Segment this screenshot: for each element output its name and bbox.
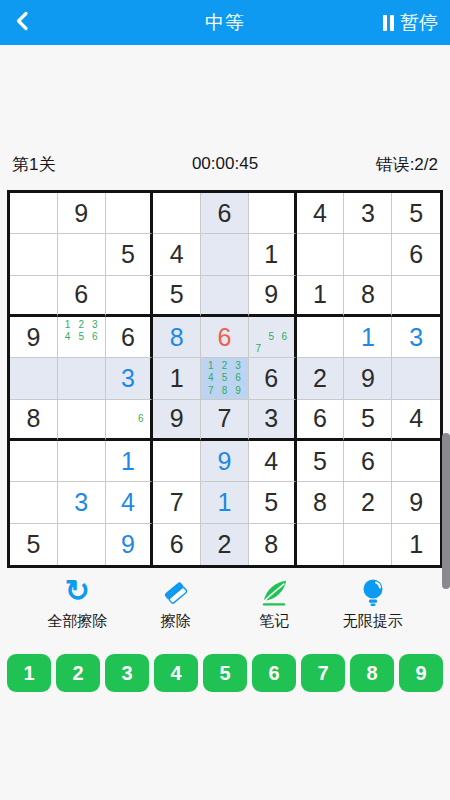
cell-r4c7[interactable] [297,317,345,358]
user-digit: 3 [409,323,423,352]
cell-r5c9[interactable] [392,358,440,399]
given-digit: 1 [264,240,278,269]
notes-button[interactable]: 笔记 [242,577,306,631]
given-digit: 9 [74,199,88,228]
given-digit: 4 [264,447,278,476]
pencil-notes: 123456789 [201,358,248,398]
given-digit: 5 [121,240,135,269]
cell-r1c8[interactable]: 3 [344,193,392,234]
error-counter: 错误:2/2 [258,153,438,176]
cell-r7c1[interactable] [10,441,58,482]
given-digit: 4 [170,240,184,269]
cell-r2c2[interactable] [58,234,106,275]
cell-r7c4[interactable] [153,441,201,482]
cell-r4c3[interactable]: 6 [106,317,154,358]
eraser-button[interactable]: 擦除 [144,577,208,631]
erase-all-button[interactable]: ↻ 全部擦除 [45,577,109,631]
cell-r4c1[interactable]: 9 [10,317,58,358]
user-digit: 1 [218,488,232,517]
cell-r5c8[interactable]: 9 [344,358,392,399]
cell-r5c4[interactable]: 1 [153,358,201,399]
cell-r2c8[interactable] [344,234,392,275]
given-digit: 7 [170,488,184,517]
pencil-notes: 6 [106,400,151,438]
cell-r2c1[interactable] [10,234,58,275]
cell-r6c1[interactable]: 8 [10,400,58,441]
cell-r8c2[interactable]: 3 [58,482,106,523]
cell-r8c3[interactable]: 4 [106,482,154,523]
cell-r2c9[interactable]: 6 [392,234,440,275]
cell-r2c6[interactable]: 1 [249,234,297,275]
given-digit: 9 [409,488,423,517]
cell-r4c5[interactable]: 6 [201,317,249,358]
numpad-button-5[interactable]: 5 [203,654,247,692]
cell-r9c4[interactable]: 6 [153,524,201,565]
numpad-button-2[interactable]: 2 [56,654,100,692]
user-digit: 9 [218,447,232,476]
numpad-button-3[interactable]: 3 [105,654,149,692]
cell-r7c7[interactable]: 5 [297,441,345,482]
toolbar: ↻ 全部擦除 擦除 笔记 [0,577,450,631]
hint-bulb-icon [359,577,387,609]
cell-r3c3[interactable] [106,276,154,317]
given-digit: 5 [264,488,278,517]
pause-icon [383,15,394,31]
given-digit: 6 [170,530,184,559]
cell-r9c1[interactable]: 5 [10,524,58,565]
given-digit: 9 [26,323,40,352]
cell-r2c3[interactable]: 5 [106,234,154,275]
cell-r6c4[interactable]: 9 [153,400,201,441]
given-digit: 8 [361,280,375,309]
given-digit: 5 [313,447,327,476]
scrollbar-thumb[interactable] [442,433,450,589]
given-digit: 5 [170,280,184,309]
cell-r5c6[interactable]: 6 [249,358,297,399]
cell-r4c2[interactable]: 123456 [58,317,106,358]
back-chevron-icon [12,10,34,36]
cell-r4c9[interactable]: 3 [392,317,440,358]
user-digit: 4 [121,488,135,517]
cell-r7c8[interactable]: 6 [344,441,392,482]
cell-r5c7[interactable]: 2 [297,358,345,399]
pause-label: 暂停 [400,10,438,36]
numpad-button-8[interactable]: 8 [350,654,394,692]
cell-r3c5[interactable] [201,276,249,317]
numpad-button-7[interactable]: 7 [301,654,345,692]
cell-r3c8[interactable]: 8 [344,276,392,317]
cell-r1c2[interactable]: 9 [58,193,106,234]
given-digit: 4 [313,199,327,228]
given-digit: 6 [313,404,327,433]
given-digit: 3 [264,404,278,433]
user-digit: 1 [361,323,375,352]
cell-r1c4[interactable] [153,193,201,234]
cell-r8c4[interactable]: 7 [153,482,201,523]
cell-r9c3[interactable]: 9 [106,524,154,565]
eraser-icon [161,577,191,609]
cell-r8c1[interactable] [10,482,58,523]
given-digit: 5 [361,404,375,433]
cell-r5c2[interactable] [58,358,106,399]
cell-r9c5[interactable]: 2 [201,524,249,565]
user-digit: 1 [121,447,135,476]
level-label: 第1关 [12,153,192,176]
numpad-button-4[interactable]: 4 [154,654,198,692]
sudoku-board: 9643554166591891234566865671331123456789… [7,190,443,568]
given-digit: 6 [264,364,278,393]
user-digit: 3 [121,364,135,393]
pencil-notes: 123456 [58,317,105,357]
cell-r9c8[interactable] [344,524,392,565]
numpad: 123456789 [0,654,450,692]
cell-r8c9[interactable]: 9 [392,482,440,523]
cell-r9c6[interactable]: 8 [249,524,297,565]
cell-r3c7[interactable]: 1 [297,276,345,317]
given-digit: 4 [409,404,423,433]
given-digit: 6 [409,240,423,269]
hint-button[interactable]: 无限提示 [341,577,405,631]
cell-r2c4[interactable]: 4 [153,234,201,275]
given-digit: 1 [409,530,423,559]
cell-r8c7[interactable]: 8 [297,482,345,523]
cell-r4c4[interactable]: 8 [153,317,201,358]
given-digit: 9 [361,364,375,393]
notes-feather-icon [259,577,289,609]
given-digit: 2 [218,530,232,559]
given-digit: 6 [121,323,135,352]
cell-r3c9[interactable] [392,276,440,317]
cell-r8c6[interactable]: 5 [249,482,297,523]
cell-r1c6[interactable] [249,193,297,234]
cell-r7c6[interactable]: 4 [249,441,297,482]
cell-r4c8[interactable]: 1 [344,317,392,358]
cell-r6c8[interactable]: 5 [344,400,392,441]
user-digit: 9 [121,530,135,559]
cell-r7c3[interactable]: 1 [106,441,154,482]
cell-r1c1[interactable] [10,193,58,234]
cell-r7c5[interactable]: 9 [201,441,249,482]
numpad-button-9[interactable]: 9 [399,654,443,692]
given-digit: 9 [264,280,278,309]
user-digit: 8 [170,323,184,352]
given-digit: 2 [313,364,327,393]
given-digit: 3 [361,199,375,228]
cell-r9c9[interactable]: 1 [392,524,440,565]
cell-r2c7[interactable] [297,234,345,275]
cell-r8c5[interactable]: 1 [201,482,249,523]
cell-r6c9[interactable]: 4 [392,400,440,441]
given-digit: 1 [170,364,184,393]
cell-r6c2[interactable] [58,400,106,441]
given-digit: 8 [26,404,40,433]
given-digit: 5 [26,530,40,559]
info-row: 第1关 00:00:45 错误:2/2 [0,145,450,183]
cell-r3c6[interactable]: 9 [249,276,297,317]
cell-r6c7[interactable]: 6 [297,400,345,441]
cell-r1c3[interactable] [106,193,154,234]
cell-r9c7[interactable] [297,524,345,565]
cell-r5c3[interactable]: 3 [106,358,154,399]
given-digit: 6 [74,280,88,309]
cell-r3c1[interactable] [10,276,58,317]
given-digit: 9 [170,404,184,433]
cell-r7c2[interactable] [58,441,106,482]
given-digit: 8 [313,488,327,517]
numpad-button-1[interactable]: 1 [7,654,51,692]
given-digit: 8 [264,530,278,559]
erase-all-icon: ↻ [65,577,90,609]
cell-r1c5[interactable]: 6 [201,193,249,234]
user-digit: 3 [74,488,88,517]
given-digit: 7 [218,404,232,433]
cell-r4c6[interactable]: 567 [249,317,297,358]
cell-r5c1[interactable] [10,358,58,399]
given-digit: 5 [409,199,423,228]
back-button[interactable] [12,10,52,36]
cell-r1c9[interactable]: 5 [392,193,440,234]
error-digit: 6 [218,323,232,352]
cell-r9c2[interactable] [58,524,106,565]
cell-r6c5[interactable]: 7 [201,400,249,441]
given-digit: 1 [313,280,327,309]
cell-r2c5[interactable] [201,234,249,275]
header-bar: 中等 暂停 [0,0,450,45]
pencil-notes: 567 [249,317,294,357]
pause-button[interactable]: 暂停 [383,10,438,36]
cell-r5c5[interactable]: 123456789 [201,358,249,399]
cell-r3c4[interactable]: 5 [153,276,201,317]
timer: 00:00:45 [192,154,258,174]
given-digit: 6 [218,199,232,228]
cell-r1c7[interactable]: 4 [297,193,345,234]
given-digit: 2 [361,488,375,517]
given-digit: 6 [361,447,375,476]
cell-r7c9[interactable] [392,441,440,482]
numpad-button-6[interactable]: 6 [252,654,296,692]
cell-r3c2[interactable]: 6 [58,276,106,317]
top-spacer [0,45,450,145]
cell-r8c8[interactable]: 2 [344,482,392,523]
cell-r6c6[interactable]: 3 [249,400,297,441]
cell-r6c3[interactable]: 6 [106,400,154,441]
